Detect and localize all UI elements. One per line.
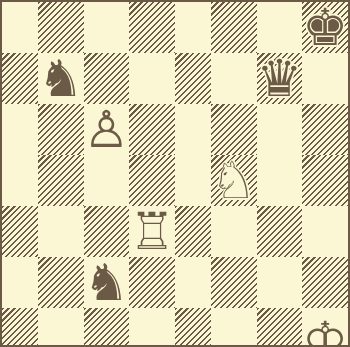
square-b2[interactable] (38, 257, 84, 308)
square-a4[interactable] (2, 155, 38, 206)
square-g7[interactable]: ♛♛ (257, 53, 303, 104)
square-c3[interactable] (84, 206, 130, 257)
square-c4[interactable] (84, 155, 130, 206)
square-h6[interactable] (302, 104, 348, 155)
piece-glyph: ♖ (129, 206, 175, 257)
square-f2[interactable] (211, 257, 257, 308)
square-b4[interactable] (38, 155, 84, 206)
square-g4[interactable] (257, 155, 303, 206)
square-d7[interactable] (129, 53, 175, 104)
square-d4[interactable] (129, 155, 175, 206)
square-d2[interactable] (129, 257, 175, 308)
piece-glyph: ♙ (84, 104, 130, 155)
square-h1[interactable]: ♚♔ (302, 308, 348, 347)
square-g1[interactable] (257, 308, 303, 347)
square-a7[interactable] (2, 53, 38, 104)
piece-glyph: ♔ (302, 315, 348, 347)
square-b3[interactable] (38, 206, 84, 257)
square-c1[interactable] (84, 308, 130, 347)
square-f7[interactable] (211, 53, 257, 104)
piece-glyph: ♚ (302, 2, 348, 53)
square-b7[interactable]: ♞♞ (38, 53, 84, 104)
square-h4[interactable] (302, 155, 348, 206)
piece-black-knight[interactable]: ♞♞ (38, 53, 84, 104)
square-h2[interactable] (302, 257, 348, 308)
square-e6[interactable] (175, 104, 211, 155)
square-b6[interactable] (38, 104, 84, 155)
square-f4[interactable]: ♞♘ (211, 155, 257, 206)
square-f6[interactable] (211, 104, 257, 155)
piece-white-pawn[interactable]: ♟♙ (84, 104, 130, 155)
piece-white-king[interactable]: ♚♔ (302, 315, 348, 347)
square-b1[interactable] (38, 308, 84, 347)
piece-glyph: ♘ (211, 155, 257, 206)
piece-white-rook[interactable]: ♜♖ (129, 206, 175, 257)
chess-board: ♚♚♞♞♛♛♟♙♞♘♜♖♞♞♚♔ (0, 0, 350, 347)
piece-glyph: ♛ (257, 53, 303, 104)
piece-black-queen[interactable]: ♛♛ (257, 53, 303, 104)
square-c2[interactable]: ♞♞ (84, 257, 130, 308)
square-d6[interactable] (129, 104, 175, 155)
square-e3[interactable] (175, 206, 211, 257)
piece-glyph: ♞ (38, 53, 84, 104)
square-f3[interactable] (211, 206, 257, 257)
square-e1[interactable] (175, 308, 211, 347)
square-h8[interactable]: ♚♚ (302, 2, 348, 53)
square-a8[interactable] (2, 2, 38, 53)
square-d8[interactable] (129, 2, 175, 53)
square-d1[interactable] (129, 308, 175, 347)
square-g2[interactable] (257, 257, 303, 308)
piece-glyph: ♞ (84, 257, 130, 308)
square-e4[interactable] (175, 155, 211, 206)
square-e8[interactable] (175, 2, 211, 53)
square-c7[interactable] (84, 53, 130, 104)
piece-black-knight[interactable]: ♞♞ (84, 257, 130, 308)
square-f1[interactable] (211, 308, 257, 347)
square-e7[interactable] (175, 53, 211, 104)
square-a3[interactable] (2, 206, 38, 257)
square-c6[interactable]: ♟♙ (84, 104, 130, 155)
square-a2[interactable] (2, 257, 38, 308)
square-h3[interactable] (302, 206, 348, 257)
square-g8[interactable] (257, 2, 303, 53)
chess-board-frame: ♚♚♞♞♛♛♟♙♞♘♜♖♞♞♚♔ (0, 0, 350, 347)
piece-black-king[interactable]: ♚♚ (302, 2, 348, 53)
square-d3[interactable]: ♜♖ (129, 206, 175, 257)
square-a1[interactable] (2, 308, 38, 347)
square-c8[interactable] (84, 2, 130, 53)
square-b8[interactable] (38, 2, 84, 53)
square-h7[interactable] (302, 53, 348, 104)
square-e2[interactable] (175, 257, 211, 308)
square-a6[interactable] (2, 104, 38, 155)
piece-white-knight[interactable]: ♞♘ (211, 155, 257, 206)
square-g3[interactable] (257, 206, 303, 257)
square-g6[interactable] (257, 104, 303, 155)
square-f8[interactable] (211, 2, 257, 53)
